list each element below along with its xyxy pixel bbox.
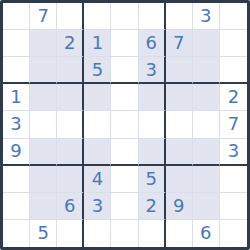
cell-r2c2[interactable] [30,30,57,57]
cell-r7c8[interactable] [193,166,220,193]
cell-r7c5[interactable] [111,166,138,193]
cell-r6c2[interactable] [30,139,57,166]
cell-r1c7[interactable] [166,3,193,30]
cell-r7c6[interactable]: 5 [139,166,166,193]
cell-r6c8[interactable] [193,139,220,166]
cell-r3c4[interactable]: 5 [84,57,111,84]
cell-r2c9[interactable] [220,30,247,57]
cell-r4c6[interactable] [139,84,166,111]
cell-r3c6[interactable]: 3 [139,57,166,84]
cell-r4c5[interactable] [111,84,138,111]
cell-r6c5[interactable] [111,139,138,166]
cell-r3c1[interactable] [3,57,30,84]
cell-r6c1[interactable]: 9 [3,139,30,166]
cell-r9c5[interactable] [111,220,138,247]
cell-r2c7[interactable]: 7 [166,30,193,57]
cell-r7c3[interactable] [57,166,84,193]
cell-r2c5[interactable] [111,30,138,57]
cell-r3c8[interactable] [193,57,220,84]
cell-r7c7[interactable] [166,166,193,193]
cell-r8c6[interactable]: 2 [139,193,166,220]
cell-r8c2[interactable] [30,193,57,220]
cell-r1c5[interactable] [111,3,138,30]
cell-r1c9[interactable] [220,3,247,30]
cell-r5c5[interactable] [111,111,138,138]
cell-r9c4[interactable] [84,220,111,247]
cell-r9c7[interactable] [166,220,193,247]
cell-r9c3[interactable] [57,220,84,247]
cell-r4c4[interactable] [84,84,111,111]
cell-r8c8[interactable] [193,193,220,220]
cell-r3c2[interactable] [30,57,57,84]
cell-r5c8[interactable] [193,111,220,138]
cell-r2c8[interactable] [193,30,220,57]
cell-r4c7[interactable] [166,84,193,111]
cell-r5c3[interactable] [57,111,84,138]
cell-r7c9[interactable] [220,166,247,193]
cell-r2c6[interactable]: 6 [139,30,166,57]
cell-r6c9[interactable]: 3 [220,139,247,166]
cell-r9c6[interactable] [139,220,166,247]
cell-r5c9[interactable]: 7 [220,111,247,138]
cell-r5c2[interactable] [30,111,57,138]
cell-r6c3[interactable] [57,139,84,166]
cell-r4c3[interactable] [57,84,84,111]
cell-r4c1[interactable]: 1 [3,84,30,111]
cell-r7c1[interactable] [3,166,30,193]
cell-r6c6[interactable] [139,139,166,166]
sudoku-app: 7321675312379345632956 [0,0,250,250]
cell-r8c4[interactable]: 3 [84,193,111,220]
cell-r8c1[interactable] [3,193,30,220]
cell-r1c1[interactable] [3,3,30,30]
cell-r3c7[interactable] [166,57,193,84]
cell-r9c8[interactable]: 6 [193,220,220,247]
cell-r9c1[interactable] [3,220,30,247]
cell-r6c4[interactable] [84,139,111,166]
cell-r1c8[interactable]: 3 [193,3,220,30]
cell-r2c4[interactable]: 1 [84,30,111,57]
sudoku-board: 7321675312379345632956 [0,0,250,250]
cell-r7c2[interactable] [30,166,57,193]
cell-r8c9[interactable] [220,193,247,220]
cell-r3c3[interactable] [57,57,84,84]
cell-r5c6[interactable] [139,111,166,138]
cell-r8c5[interactable] [111,193,138,220]
cell-r8c7[interactable]: 9 [166,193,193,220]
cell-r6c7[interactable] [166,139,193,166]
cell-r5c1[interactable]: 3 [3,111,30,138]
cell-r5c7[interactable] [166,111,193,138]
cell-r4c2[interactable] [30,84,57,111]
cell-r2c3[interactable]: 2 [57,30,84,57]
cell-r2c1[interactable] [3,30,30,57]
cell-r1c2[interactable]: 7 [30,3,57,30]
cell-r4c8[interactable] [193,84,220,111]
cell-r9c9[interactable] [220,220,247,247]
cell-r5c4[interactable] [84,111,111,138]
cell-r1c3[interactable] [57,3,84,30]
cell-r3c5[interactable] [111,57,138,84]
cell-r8c3[interactable]: 6 [57,193,84,220]
cell-r1c6[interactable] [139,3,166,30]
cell-r7c4[interactable]: 4 [84,166,111,193]
cell-r4c9[interactable]: 2 [220,84,247,111]
cell-r3c9[interactable] [220,57,247,84]
cell-r9c2[interactable]: 5 [30,220,57,247]
cell-r1c4[interactable] [84,3,111,30]
